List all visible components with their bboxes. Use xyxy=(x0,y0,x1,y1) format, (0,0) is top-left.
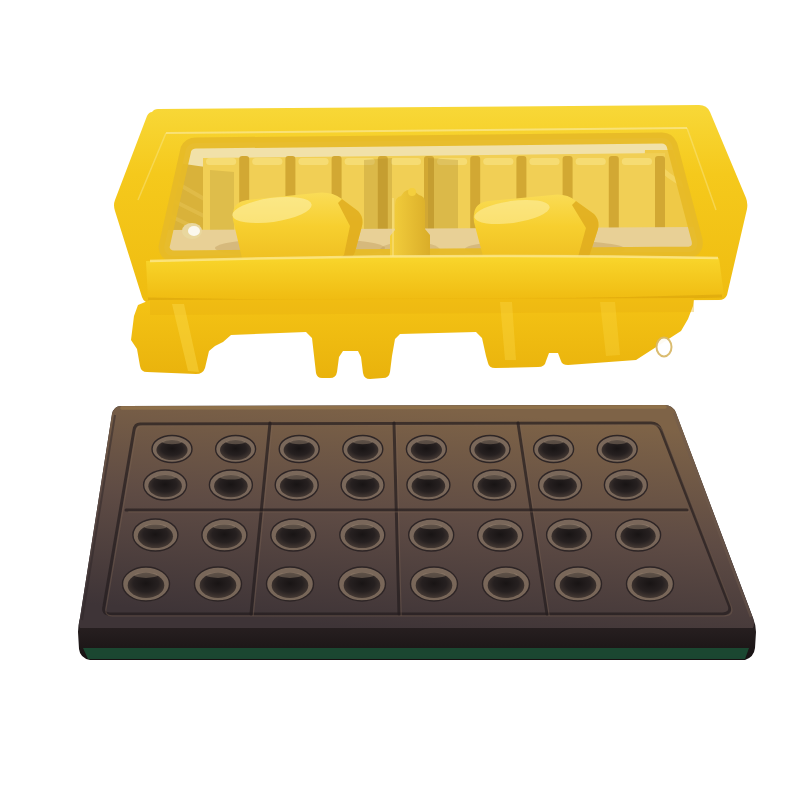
grate-hole-r1c6 xyxy=(470,436,510,463)
back-wall-rib-cap xyxy=(483,158,513,165)
grate-hole-r2c1 xyxy=(144,470,187,500)
back-wall-rib-cap xyxy=(622,158,652,165)
spill-pallet-product-photo xyxy=(0,0,800,800)
grate-hole-r2c7 xyxy=(539,470,582,500)
grate-hole-r4c7 xyxy=(555,567,602,601)
grate-hole-r3c2 xyxy=(202,519,247,551)
back-wall-rib-cap xyxy=(529,158,559,165)
grate-hole-r3c6 xyxy=(478,519,523,551)
photo-stage xyxy=(0,0,800,800)
back-wall-rib-cap xyxy=(576,158,606,165)
back-wall-rib-groove xyxy=(609,156,619,234)
grate-hole-r2c4 xyxy=(341,470,384,500)
grate-hole-r1c5 xyxy=(406,436,446,463)
drain-plug-inner xyxy=(188,226,200,236)
grate-deck xyxy=(78,405,756,660)
grate-hole-r1c3 xyxy=(279,436,319,463)
grate-hole-r3c4 xyxy=(340,519,385,551)
grate-hole-r4c4 xyxy=(339,567,386,601)
grate-hole-r3c7 xyxy=(547,519,592,551)
grate-hole-r4c8 xyxy=(627,567,674,601)
grate-hole-r1c1 xyxy=(152,436,192,463)
grate-hole-r4c2 xyxy=(195,567,242,601)
grate-hole-r2c5 xyxy=(407,470,450,500)
back-wall-rib-groove xyxy=(655,156,665,234)
grate-hole-r4c5 xyxy=(411,567,458,601)
grate-hole-r1c2 xyxy=(216,436,256,463)
wall-shadow-band xyxy=(364,158,392,239)
grate-hole-r4c6 xyxy=(483,567,530,601)
back-wall-rib-cap xyxy=(298,158,328,165)
grate-hole-r2c6 xyxy=(473,470,516,500)
drain-plug xyxy=(182,223,202,239)
back-wall-rib-cap xyxy=(391,158,421,165)
grate-hole-r3c3 xyxy=(271,519,316,551)
grate-hole-r1c7 xyxy=(534,436,574,463)
grate-hole-r2c2 xyxy=(209,470,252,500)
grate-hole-r1c4 xyxy=(343,436,383,463)
grate-hole-r1c8 xyxy=(597,436,637,463)
grate-hole-r3c8 xyxy=(616,519,661,551)
grate-hole-r4c3 xyxy=(267,567,314,601)
divider-knob xyxy=(408,188,416,196)
leg-vent-hole xyxy=(657,338,672,357)
grate-hole-r3c1 xyxy=(133,519,178,551)
grate-hole-r3c5 xyxy=(409,519,454,551)
grate-hole-r2c3 xyxy=(275,470,318,500)
divider-body xyxy=(390,190,430,262)
front-rim-band xyxy=(146,256,724,301)
wall-shadow-band xyxy=(428,158,458,239)
back-wall-rib-cap xyxy=(252,158,282,165)
grate-green-base-strip xyxy=(83,648,749,659)
back-wall-rib-cap xyxy=(206,158,236,165)
grate-hole-r2c8 xyxy=(604,470,647,500)
grate-top-sheen xyxy=(122,407,665,408)
grate-hole-r4c1 xyxy=(123,567,170,601)
